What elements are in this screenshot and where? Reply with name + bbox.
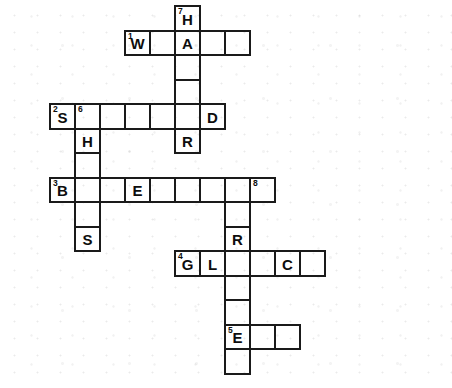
- cell-letter: C: [282, 255, 293, 272]
- cell-letter: E: [132, 181, 142, 198]
- cell-r7c4[interactable]: [149, 177, 176, 204]
- cell-r4c1[interactable]: 6: [74, 103, 101, 130]
- cell-r11c7[interactable]: [224, 275, 251, 302]
- cell-r4c2[interactable]: [99, 103, 126, 130]
- cell-letter: R: [232, 230, 243, 247]
- cell-r13c9[interactable]: [274, 324, 301, 351]
- cell-r4c6[interactable]: D: [199, 103, 226, 130]
- cell-r10c10[interactable]: [299, 250, 326, 277]
- cell-r4c3[interactable]: [124, 103, 151, 130]
- cell-r12c7[interactable]: [224, 299, 251, 326]
- crossword-board: 7H1WA2S6DHR3BE8SR4GLC5E: [49, 5, 326, 375]
- cell-r4c4[interactable]: [149, 103, 176, 130]
- cell-r7c8[interactable]: 8: [249, 177, 276, 204]
- cell-r1c7[interactable]: [224, 30, 251, 57]
- clue-number: 5: [228, 326, 233, 335]
- cell-r4c5[interactable]: [174, 103, 201, 130]
- cell-r13c7[interactable]: 5E: [224, 324, 251, 351]
- cell-r13c8[interactable]: [249, 324, 276, 351]
- cell-r2c5[interactable]: [174, 54, 201, 81]
- clue-number: 2: [53, 105, 58, 114]
- cell-letter: E: [232, 328, 242, 345]
- cell-r7c0[interactable]: 3B: [49, 177, 76, 204]
- clue-number: 1: [128, 32, 133, 41]
- cell-r6c1[interactable]: [74, 152, 101, 179]
- clue-number: 6: [78, 105, 83, 114]
- cell-r10c5[interactable]: 4G: [174, 250, 201, 277]
- cell-r8c1[interactable]: [74, 201, 101, 228]
- clue-number: 7: [178, 7, 183, 16]
- cell-letter: G: [182, 255, 194, 272]
- cell-letter: D: [207, 108, 218, 125]
- cell-letter: A: [182, 34, 193, 51]
- cell-r1c6[interactable]: [199, 30, 226, 57]
- cell-r5c5[interactable]: R: [174, 128, 201, 155]
- clue-number: 8: [253, 179, 258, 188]
- cell-r7c2[interactable]: [99, 177, 126, 204]
- clue-number: 3: [53, 179, 58, 188]
- cell-r14c7[interactable]: [224, 348, 251, 375]
- cell-letter: S: [57, 108, 67, 125]
- cell-r7c5[interactable]: [174, 177, 201, 204]
- cell-r4c0[interactable]: 2S: [49, 103, 76, 130]
- cell-letter: R: [182, 132, 193, 149]
- crossword-page: 7H1WA2S6DHR3BE8SR4GLC5E: [0, 0, 452, 388]
- cell-letter: B: [57, 181, 68, 198]
- cell-r1c3[interactable]: 1W: [124, 30, 151, 57]
- cell-r10c9[interactable]: C: [274, 250, 301, 277]
- cell-r1c4[interactable]: [149, 30, 176, 57]
- clue-number: 4: [178, 252, 183, 261]
- cell-r8c7[interactable]: [224, 201, 251, 228]
- cell-letter: L: [208, 255, 217, 272]
- cell-r10c7[interactable]: [224, 250, 251, 277]
- cell-r5c1[interactable]: H: [74, 128, 101, 155]
- cell-r3c5[interactable]: [174, 79, 201, 106]
- cell-r9c1[interactable]: S: [74, 226, 101, 253]
- cell-letter: H: [182, 10, 193, 27]
- cell-r7c3[interactable]: E: [124, 177, 151, 204]
- cell-letter: S: [82, 230, 92, 247]
- cell-r7c1[interactable]: [74, 177, 101, 204]
- cell-r0c5[interactable]: 7H: [174, 5, 201, 32]
- cell-r10c6[interactable]: L: [199, 250, 226, 277]
- cell-r10c8[interactable]: [249, 250, 276, 277]
- cell-r9c7[interactable]: R: [224, 226, 251, 253]
- cell-letter: H: [82, 132, 93, 149]
- cell-r7c7[interactable]: [224, 177, 251, 204]
- cell-r7c6[interactable]: [199, 177, 226, 204]
- cell-r1c5[interactable]: A: [174, 30, 201, 57]
